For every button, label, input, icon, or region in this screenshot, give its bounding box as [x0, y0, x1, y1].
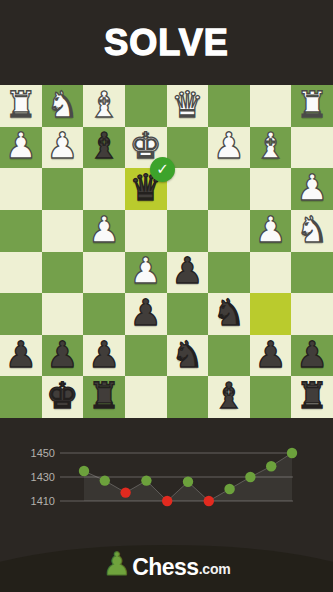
rating-point-green — [245, 472, 255, 482]
piece-wB: ♝ — [254, 128, 286, 164]
piece-wN: ♞ — [296, 212, 328, 248]
piece-bN: ♞ — [171, 337, 203, 373]
square-h3[interactable] — [0, 168, 42, 210]
square-d4[interactable] — [167, 210, 209, 252]
piece-bP: ♟ — [296, 337, 328, 373]
piece-wP: ♟ — [46, 128, 78, 164]
page-title: SOLVE — [104, 22, 228, 64]
chesscom-logo[interactable]: ♟ Chess .com — [0, 547, 333, 579]
piece-wR: ♜ — [296, 87, 328, 123]
board-area: ♜♞♝♛♜♟♟♝♚♟♝♛♟♟♟♞♟♟♟♞♟♟♟♞♟♟♚♜♝♜ ✓ — [0, 85, 333, 418]
rating-point-green — [100, 475, 110, 485]
rating-point-red — [162, 496, 172, 506]
square-e4[interactable] — [125, 210, 167, 252]
rating-chart-svg: 145014301410 — [0, 418, 333, 530]
rating-point-green — [266, 461, 276, 471]
piece-bP: ♟ — [5, 337, 37, 373]
square-h4[interactable] — [0, 210, 42, 252]
square-g8[interactable]: ♚ — [42, 376, 84, 418]
piece-bB: ♝ — [88, 128, 120, 164]
piece-wP: ♟ — [254, 212, 286, 248]
square-f7[interactable]: ♟ — [83, 335, 125, 377]
square-d8[interactable] — [167, 376, 209, 418]
square-f1[interactable]: ♝ — [83, 85, 125, 127]
piece-wR: ♜ — [5, 87, 37, 123]
square-f5[interactable] — [83, 252, 125, 294]
square-c6[interactable]: ♞ — [208, 293, 250, 335]
square-g6[interactable] — [42, 293, 84, 335]
square-b4[interactable]: ♟ — [250, 210, 292, 252]
square-b2[interactable]: ♝ — [250, 127, 292, 169]
square-a1[interactable]: ♜ — [291, 85, 333, 127]
square-a7[interactable]: ♟ — [291, 335, 333, 377]
piece-bK: ♚ — [46, 378, 78, 414]
square-f4[interactable]: ♟ — [83, 210, 125, 252]
logo-tld-text: .com — [199, 561, 231, 579]
rating-chart: 145014301410 — [0, 418, 333, 530]
square-b6[interactable] — [250, 293, 292, 335]
piece-bP: ♟ — [254, 337, 286, 373]
square-d1[interactable]: ♛ — [167, 85, 209, 127]
square-e1[interactable] — [125, 85, 167, 127]
square-g3[interactable] — [42, 168, 84, 210]
square-c3[interactable] — [208, 168, 250, 210]
square-b1[interactable] — [250, 85, 292, 127]
square-g5[interactable] — [42, 252, 84, 294]
square-f2[interactable]: ♝ — [83, 127, 125, 169]
square-a3[interactable]: ♟ — [291, 168, 333, 210]
square-c1[interactable] — [208, 85, 250, 127]
header-bar: SOLVE — [0, 0, 333, 85]
square-a6[interactable] — [291, 293, 333, 335]
piece-bR: ♜ — [296, 378, 328, 414]
piece-wN: ♞ — [46, 87, 78, 123]
square-g2[interactable]: ♟ — [42, 127, 84, 169]
piece-bB: ♝ — [213, 378, 245, 414]
square-a8[interactable]: ♜ — [291, 376, 333, 418]
square-h5[interactable] — [0, 252, 42, 294]
square-d7[interactable]: ♞ — [167, 335, 209, 377]
square-e8[interactable] — [125, 376, 167, 418]
rating-point-green — [287, 448, 297, 458]
rating-point-green — [79, 466, 89, 476]
piece-bP: ♟ — [171, 253, 203, 289]
square-f6[interactable] — [83, 293, 125, 335]
logo-brand-text: Chess — [132, 555, 199, 579]
piece-wP: ♟ — [213, 128, 245, 164]
square-e7[interactable] — [125, 335, 167, 377]
square-b8[interactable] — [250, 376, 292, 418]
piece-wP: ♟ — [130, 253, 162, 289]
square-c2[interactable]: ♟ — [208, 127, 250, 169]
square-d6[interactable] — [167, 293, 209, 335]
piece-wP: ♟ — [296, 170, 328, 206]
check-icon: ✓ — [156, 162, 169, 177]
square-h8[interactable] — [0, 376, 42, 418]
rating-point-green — [224, 484, 234, 494]
square-h2[interactable]: ♟ — [0, 127, 42, 169]
rating-point-green — [183, 477, 193, 487]
y-tick-label: 1430 — [31, 471, 55, 483]
rating-point-green — [141, 475, 151, 485]
square-g4[interactable] — [42, 210, 84, 252]
square-b7[interactable]: ♟ — [250, 335, 292, 377]
piece-wB: ♝ — [88, 87, 120, 123]
piece-bP: ♟ — [88, 337, 120, 373]
square-g1[interactable]: ♞ — [42, 85, 84, 127]
y-tick-label: 1410 — [31, 495, 55, 507]
chess-board: ♜♞♝♛♜♟♟♝♚♟♝♛♟♟♟♞♟♟♟♞♟♟♟♞♟♟♚♜♝♜ — [0, 85, 333, 418]
square-f3[interactable] — [83, 168, 125, 210]
square-d5[interactable]: ♟ — [167, 252, 209, 294]
square-a5[interactable] — [291, 252, 333, 294]
piece-bP: ♟ — [130, 295, 162, 331]
square-h1[interactable]: ♜ — [0, 85, 42, 127]
square-a4[interactable]: ♞ — [291, 210, 333, 252]
square-a2[interactable] — [291, 127, 333, 169]
square-e5[interactable]: ♟ — [125, 252, 167, 294]
square-g7[interactable]: ♟ — [42, 335, 84, 377]
piece-wP: ♟ — [5, 128, 37, 164]
piece-wP: ♟ — [88, 212, 120, 248]
square-b5[interactable] — [250, 252, 292, 294]
piece-bN: ♞ — [213, 295, 245, 331]
square-c7[interactable] — [208, 335, 250, 377]
square-e6[interactable]: ♟ — [125, 293, 167, 335]
piece-wQ: ♛ — [171, 87, 203, 123]
square-c8[interactable]: ♝ — [208, 376, 250, 418]
square-c5[interactable] — [208, 252, 250, 294]
square-h7[interactable]: ♟ — [0, 335, 42, 377]
rating-point-red — [120, 487, 130, 497]
square-h6[interactable] — [0, 293, 42, 335]
square-b3[interactable] — [250, 168, 292, 210]
piece-bR: ♜ — [88, 378, 120, 414]
pawn-logo-icon: ♟ — [102, 550, 131, 579]
rating-point-red — [204, 496, 214, 506]
piece-bP: ♟ — [46, 337, 78, 373]
app-screen: SOLVE ♜♞♝♛♜♟♟♝♚♟♝♛♟♟♟♞♟♟♟♞♟♟♟♞♟♟♚♜♝♜ ✓ 1… — [0, 0, 333, 592]
square-c4[interactable] — [208, 210, 250, 252]
correct-move-badge: ✓ — [150, 157, 175, 182]
y-tick-label: 1450 — [31, 447, 55, 459]
square-f8[interactable]: ♜ — [83, 376, 125, 418]
